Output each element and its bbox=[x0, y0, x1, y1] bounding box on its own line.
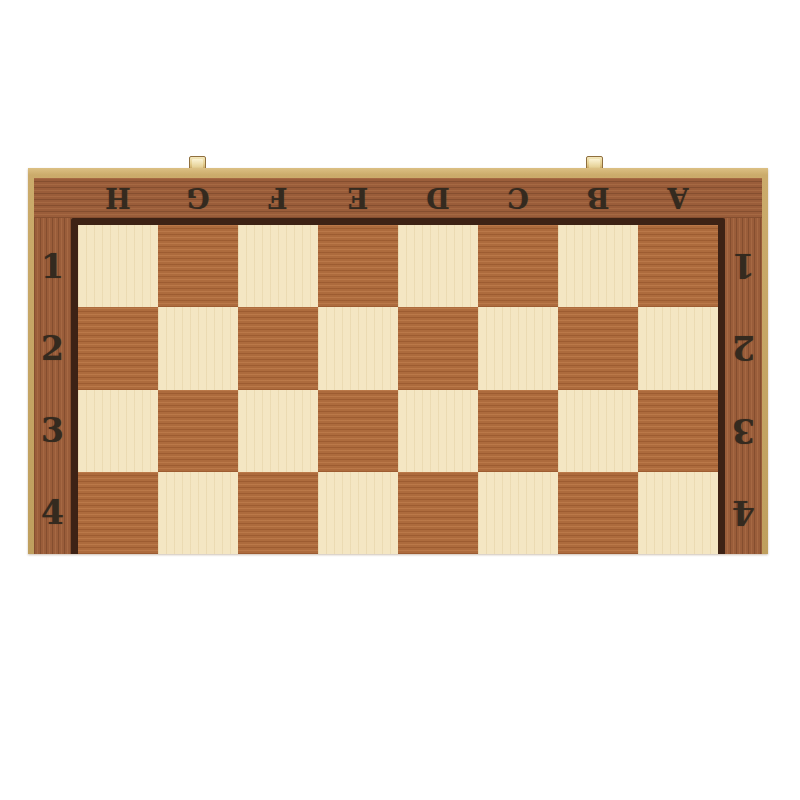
square-c2 bbox=[478, 307, 558, 389]
square-f1 bbox=[238, 225, 318, 307]
file-label-c: C bbox=[478, 178, 558, 218]
square-b2 bbox=[558, 307, 638, 389]
file-label-f: F bbox=[238, 178, 318, 218]
square-a4 bbox=[638, 472, 718, 554]
square-d2 bbox=[398, 307, 478, 389]
chess-board: H G F E D C B A 1 2 3 4 1 2 3 4 bbox=[28, 168, 768, 554]
square-h3 bbox=[78, 390, 158, 472]
square-e1 bbox=[318, 225, 398, 307]
product-photo: H G F E D C B A 1 2 3 4 1 2 3 4 bbox=[0, 0, 800, 800]
square-b1 bbox=[558, 225, 638, 307]
square-c1 bbox=[478, 225, 558, 307]
square-a1 bbox=[638, 225, 718, 307]
square-e3 bbox=[318, 390, 398, 472]
square-c3 bbox=[478, 390, 558, 472]
rank-label-right-3: 3 bbox=[725, 390, 762, 472]
square-b4 bbox=[558, 472, 638, 554]
rank-label-left-2: 2 bbox=[34, 307, 71, 389]
square-e4 bbox=[318, 472, 398, 554]
board-frame: H G F E D C B A 1 2 3 4 1 2 3 4 bbox=[34, 178, 762, 554]
square-d1 bbox=[398, 225, 478, 307]
square-f2 bbox=[238, 307, 318, 389]
square-h4 bbox=[78, 472, 158, 554]
rank-label-left-1: 1 bbox=[34, 225, 71, 307]
rank-labels-left: 1 2 3 4 bbox=[34, 225, 71, 554]
square-b3 bbox=[558, 390, 638, 472]
square-g1 bbox=[158, 225, 238, 307]
rank-label-left-3: 3 bbox=[34, 390, 71, 472]
file-label-b: B bbox=[558, 178, 638, 218]
square-a3 bbox=[638, 390, 718, 472]
square-d4 bbox=[398, 472, 478, 554]
square-g4 bbox=[158, 472, 238, 554]
square-a2 bbox=[638, 307, 718, 389]
square-g3 bbox=[158, 390, 238, 472]
square-d3 bbox=[398, 390, 478, 472]
file-label-e: E bbox=[318, 178, 398, 218]
square-h2 bbox=[78, 307, 158, 389]
square-f3 bbox=[238, 390, 318, 472]
file-label-d: D bbox=[398, 178, 478, 218]
file-label-g: G bbox=[158, 178, 238, 218]
file-labels: H G F E D C B A bbox=[78, 178, 718, 218]
rank-label-left-4: 4 bbox=[34, 472, 71, 554]
rank-label-right-1: 1 bbox=[725, 225, 762, 307]
file-label-a: A bbox=[638, 178, 718, 218]
square-h1 bbox=[78, 225, 158, 307]
squares-grid bbox=[78, 225, 718, 554]
rank-label-right-4: 4 bbox=[725, 472, 762, 554]
square-f4 bbox=[238, 472, 318, 554]
square-g2 bbox=[158, 307, 238, 389]
rank-labels-right: 1 2 3 4 bbox=[725, 225, 762, 554]
square-c4 bbox=[478, 472, 558, 554]
file-label-h: H bbox=[78, 178, 158, 218]
square-e2 bbox=[318, 307, 398, 389]
rank-label-right-2: 2 bbox=[725, 307, 762, 389]
